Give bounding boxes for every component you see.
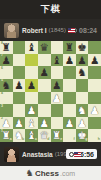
square-c2[interactable]: ♝: [25, 117, 38, 130]
square-f6[interactable]: [63, 66, 76, 79]
square-c1[interactable]: c♝: [25, 129, 38, 142]
white-knight: ♞: [14, 130, 23, 141]
square-g1[interactable]: g♚: [76, 129, 89, 142]
square-c5[interactable]: ♟: [25, 79, 38, 92]
black-pawn: ♟: [39, 67, 48, 78]
white-pawn: ♟: [39, 117, 48, 128]
top-player-rating: (1845): [49, 27, 66, 33]
square-h3[interactable]: ♟: [88, 104, 101, 117]
bottom-player-clock: 06:56: [66, 149, 97, 159]
black-pawn: ♟: [65, 54, 74, 65]
square-a5[interactable]: 5♞: [0, 79, 13, 92]
square-a7[interactable]: 7♟: [0, 54, 13, 67]
bottom-player-info[interactable]: Anastasia (1990): [22, 151, 63, 158]
black-pawn: ♟: [14, 79, 23, 90]
square-a6[interactable]: 6: [0, 66, 13, 79]
white-knight: ♞: [77, 105, 86, 116]
file-label-h: h: [98, 138, 100, 142]
flag-icon: [74, 152, 81, 157]
square-d1[interactable]: d♛: [38, 129, 51, 142]
square-d8[interactable]: ♛: [38, 41, 51, 54]
square-d4[interactable]: [38, 92, 51, 105]
square-g8[interactable]: ♚: [76, 41, 89, 54]
square-c8[interactable]: ♝: [25, 41, 38, 54]
square-g6[interactable]: ♞: [76, 66, 89, 79]
square-h2[interactable]: [88, 117, 101, 130]
bottom-player-bar: Anastasia (1990) 06:56: [0, 142, 101, 166]
chesscom-knight-icon: ♞: [26, 169, 34, 178]
square-a4[interactable]: 4: [0, 92, 13, 105]
square-a2[interactable]: 2♟: [0, 117, 13, 130]
square-c7[interactable]: [25, 54, 38, 67]
rank-label-3: 3: [1, 105, 3, 109]
rank-label-6: 6: [1, 67, 3, 71]
top-clock-time: 08:24: [79, 27, 97, 34]
white-rook: ♜: [2, 130, 11, 141]
square-g7[interactable]: ♟: [76, 54, 89, 67]
square-h1[interactable]: h: [88, 129, 101, 142]
square-a8[interactable]: 8♜: [0, 41, 13, 54]
square-d2[interactable]: ♟: [38, 117, 51, 130]
square-h5[interactable]: [88, 79, 101, 92]
square-e3[interactable]: [51, 104, 64, 117]
square-b1[interactable]: b♞: [13, 129, 26, 142]
square-a1[interactable]: 1a♜: [0, 129, 13, 142]
square-b5[interactable]: ♟: [13, 79, 26, 92]
black-rook: ♜: [65, 42, 74, 53]
white-bishop: ♝: [27, 117, 36, 128]
white-pawn: ♟: [77, 117, 86, 128]
bottom-player-avatar[interactable]: [4, 147, 19, 162]
top-player-name: Robert I: [22, 27, 47, 34]
square-g2[interactable]: ♟: [76, 117, 89, 130]
black-pawn: ♟: [52, 79, 61, 90]
top-player-avatar[interactable]: [4, 23, 19, 38]
chesscom-logo-text: Chess: [35, 169, 59, 178]
square-c3[interactable]: ♟: [25, 104, 38, 117]
rank-label-4: 4: [1, 92, 3, 96]
square-h8[interactable]: [88, 41, 101, 54]
chess-board[interactable]: 8♜♝♛♜♚7♟♝♟♟♟6♟♞5♞♟♟♟4♟3♟♞♟2♟♟♝♟♟♟1a♜b♞c♝…: [0, 41, 101, 142]
black-knight: ♞: [2, 79, 11, 90]
square-d5[interactable]: [38, 79, 51, 92]
footer: ♞ Chess .com: [0, 166, 101, 180]
chesscom-logo-suffix: .com: [60, 170, 75, 177]
square-e6[interactable]: [51, 66, 64, 79]
square-b2[interactable]: ♟: [13, 117, 26, 130]
square-e4[interactable]: ♟: [51, 92, 64, 105]
square-d6[interactable]: ♟: [38, 66, 51, 79]
white-rook: ♜: [52, 130, 61, 141]
black-pawn: ♟: [90, 54, 99, 65]
page-title: 下棋: [41, 3, 61, 16]
black-rook: ♜: [2, 42, 11, 53]
square-e1[interactable]: e♜: [51, 129, 64, 142]
square-e8[interactable]: [51, 41, 64, 54]
square-b3[interactable]: [13, 104, 26, 117]
square-c6[interactable]: [25, 66, 38, 79]
square-f7[interactable]: ♟: [63, 54, 76, 67]
white-king: ♚: [77, 130, 86, 141]
square-d3[interactable]: [38, 104, 51, 117]
square-g5[interactable]: [76, 79, 89, 92]
square-h7[interactable]: ♟: [88, 54, 101, 67]
square-b8[interactable]: [13, 41, 26, 54]
black-knight: ♞: [77, 67, 86, 78]
square-e5[interactable]: ♟: [51, 79, 64, 92]
black-pawn: ♟: [2, 54, 11, 65]
title-bar: 下棋: [0, 0, 101, 19]
black-pawn: ♟: [27, 79, 36, 90]
square-c4[interactable]: [25, 92, 38, 105]
black-queen: ♛: [39, 42, 48, 53]
square-g3[interactable]: ♞: [76, 104, 89, 117]
white-queen: ♛: [39, 130, 48, 141]
bottom-player-name: Anastasia: [22, 151, 53, 158]
black-bishop: ♝: [27, 42, 36, 53]
square-f4[interactable]: [63, 92, 76, 105]
black-pawn: ♟: [77, 54, 86, 65]
square-f3[interactable]: [63, 104, 76, 117]
white-pawn: ♟: [27, 105, 36, 116]
square-f8[interactable]: ♜: [63, 41, 76, 54]
file-label-f: f: [74, 138, 75, 142]
square-h6[interactable]: [88, 66, 101, 79]
top-player-bar: Robert I (1845) 08:24: [0, 19, 101, 41]
top-player-clock: 08:24: [72, 27, 97, 34]
white-pawn: ♟: [65, 117, 74, 128]
square-e7[interactable]: ♝: [51, 54, 64, 67]
square-d7[interactable]: [38, 54, 51, 67]
square-f2[interactable]: ♟: [63, 117, 76, 130]
black-bishop: ♝: [52, 54, 61, 65]
flag-icon: [68, 28, 75, 33]
white-pawn: ♟: [14, 117, 23, 128]
square-f1[interactable]: f: [63, 129, 76, 142]
square-f5[interactable]: [63, 79, 76, 92]
square-b7[interactable]: [13, 54, 26, 67]
black-king: ♚: [77, 42, 86, 53]
square-h4[interactable]: [88, 92, 101, 105]
white-pawn: ♟: [90, 105, 99, 116]
square-a3[interactable]: 3: [0, 104, 13, 117]
white-pawn: ♟: [52, 92, 61, 103]
white-bishop: ♝: [27, 130, 36, 141]
top-player-info[interactable]: Robert I (1845): [22, 27, 69, 34]
square-b6[interactable]: [13, 66, 26, 79]
square-e2[interactable]: [51, 117, 64, 130]
square-b4[interactable]: [13, 92, 26, 105]
square-g4[interactable]: [76, 92, 89, 105]
white-pawn: ♟: [2, 117, 11, 128]
